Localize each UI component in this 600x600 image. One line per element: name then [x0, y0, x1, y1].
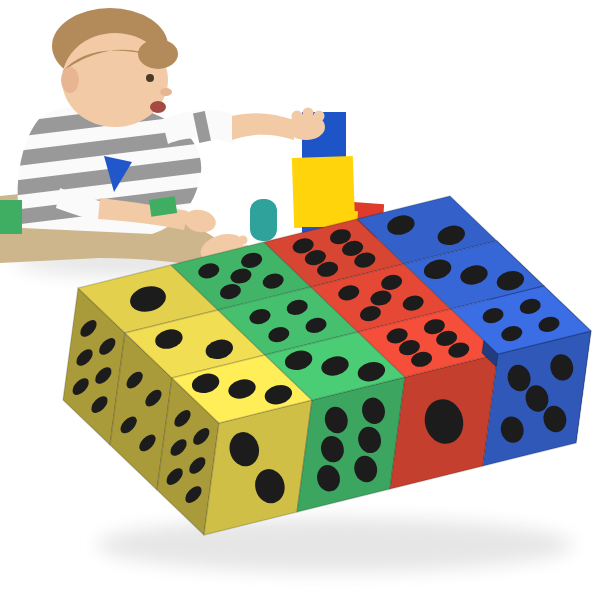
- baby-ear: [61, 67, 79, 93]
- dice-shadow: [97, 518, 573, 572]
- product-photo: [0, 0, 600, 600]
- scene-canvas: [0, 0, 600, 600]
- tower-yellow-cube: [292, 156, 355, 228]
- block-green-edge: [0, 200, 22, 234]
- baby-hair-side: [138, 39, 178, 69]
- baby-toe: [239, 236, 248, 245]
- baby-finger: [292, 111, 303, 122]
- baby-finger: [303, 108, 314, 119]
- baby-nose: [160, 88, 172, 96]
- baby-finger: [314, 111, 325, 122]
- block-teal-cylinder: [250, 199, 277, 241]
- baby-mouth: [150, 101, 166, 113]
- block-green-small: [149, 196, 177, 216]
- baby-illustration: [0, 8, 294, 268]
- baby-eye: [146, 74, 154, 82]
- baby-right-arm: [232, 113, 294, 140]
